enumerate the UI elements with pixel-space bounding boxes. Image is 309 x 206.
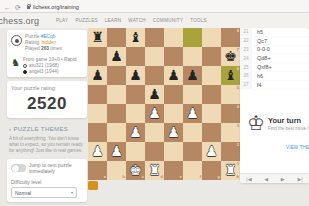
- square-e2[interactable]: [164, 142, 183, 161]
- browser-toolbar: ← ⟳ lichess.org/training: [0, 0, 309, 13]
- square-e5[interactable]: [164, 85, 183, 104]
- square-e1[interactable]: e: [164, 161, 183, 180]
- square-a7[interactable]: [88, 47, 107, 66]
- square-f7[interactable]: [183, 47, 202, 66]
- square-c2[interactable]: [126, 142, 145, 161]
- file-label-g: g: [218, 175, 220, 179]
- last-move-button[interactable]: ▶|: [297, 176, 303, 182]
- square-b6[interactable]: [107, 66, 126, 85]
- file-label-d: d: [161, 175, 163, 179]
- square-g4[interactable]: [202, 104, 221, 123]
- square-h8[interactable]: 8: [221, 28, 240, 47]
- square-c3[interactable]: ♟: [126, 123, 145, 142]
- jump-next-toggle[interactable]: [11, 164, 26, 172]
- square-b3[interactable]: [107, 123, 126, 142]
- square-g2[interactable]: ♟: [202, 142, 221, 161]
- square-h1[interactable]: ♜1h: [221, 161, 240, 180]
- square-d7[interactable]: [145, 47, 164, 66]
- square-e6[interactable]: ♟: [164, 66, 183, 85]
- puzzle-settings-card: Jump to next puzzle immediately Difficul…: [7, 159, 87, 202]
- rank-label-4: 4: [237, 105, 239, 109]
- square-b2[interactable]: ♟: [107, 142, 126, 161]
- move-row[interactable]: 27f4: [240, 81, 309, 90]
- square-f8[interactable]: [183, 28, 202, 47]
- square-g5[interactable]: [202, 85, 221, 104]
- file-label-a: a: [104, 175, 106, 179]
- puzzle-side-panel: 21h522Qc7230-0-024Qd8+25Qxf8+26h627f4 ♔ …: [240, 28, 309, 183]
- puzzle-themes-description: A bit of everything. You don't know what…: [9, 136, 85, 153]
- black-pawn[interactable]: ♟: [88, 66, 107, 85]
- white-pawn[interactable]: ♟: [183, 104, 202, 123]
- chevron-down-icon: ▾: [71, 190, 73, 195]
- rank-label-5: 5: [237, 86, 239, 90]
- file-label-h: h: [237, 175, 239, 179]
- square-f2[interactable]: [183, 142, 202, 161]
- white-pawn[interactable]: ♟: [202, 142, 221, 161]
- square-f1[interactable]: f: [183, 161, 202, 180]
- square-a5[interactable]: [88, 85, 107, 104]
- move-san[interactable]: 0-0-0: [252, 46, 270, 52]
- black-color-icon: [23, 70, 27, 74]
- square-e7[interactable]: [164, 47, 183, 66]
- square-h3[interactable]: 3: [221, 123, 240, 142]
- square-h7[interactable]: ♚7: [221, 47, 240, 66]
- square-b4[interactable]: [107, 104, 126, 123]
- move-number: 23: [240, 46, 252, 54]
- square-f6[interactable]: ♟: [183, 66, 202, 85]
- move-number: 25: [240, 63, 252, 71]
- nav-item-learn[interactable]: LEARN: [105, 18, 122, 23]
- move-controls-bar: |◀◀▶▶|: [240, 173, 309, 183]
- your-turn-subtitle: Find the best move for white!: [268, 126, 309, 131]
- square-c7[interactable]: [126, 47, 145, 66]
- rank-label-1: 1: [237, 162, 239, 166]
- difficulty-select[interactable]: Normal ▾: [11, 187, 77, 198]
- white-pawn[interactable]: ♟: [88, 142, 107, 161]
- move-san[interactable]: Qxf8+: [252, 64, 272, 70]
- black-pawn[interactable]: ♟: [164, 66, 183, 85]
- square-d5[interactable]: ♟: [145, 85, 164, 104]
- file-label-b: b: [123, 175, 125, 179]
- rank-label-8: 8: [237, 29, 239, 33]
- puzzle-id-link[interactable]: #ECqb: [41, 34, 56, 39]
- black-pawn[interactable]: ♟: [107, 47, 126, 66]
- square-d2[interactable]: [145, 142, 164, 161]
- square-d1[interactable]: ♜d: [145, 161, 164, 180]
- white-color-icon: [23, 64, 27, 68]
- black-pawn[interactable]: ♟: [145, 85, 164, 104]
- square-d4[interactable]: ♟: [145, 104, 164, 123]
- black-pawn[interactable]: ♟: [183, 66, 202, 85]
- rank-label-7: 7: [237, 48, 239, 52]
- puzzle-themes-header[interactable]: ‹ PUZZLE THEMES: [9, 126, 85, 132]
- puzzle-info-card: Puzzle #ECqb Rating: hidden Played 263 t…: [7, 30, 87, 77]
- white-pawn[interactable]: ♟: [126, 123, 145, 142]
- move-san[interactable]: h6: [252, 73, 263, 79]
- ssl-lock-icon: [27, 6, 30, 9]
- first-move-button[interactable]: |◀: [246, 176, 252, 182]
- square-a8[interactable]: ♜: [88, 28, 107, 47]
- puzzle-rating-value: 2520: [11, 94, 83, 114]
- address-bar[interactable]: lichess.org/training: [33, 4, 79, 10]
- lichess-logo[interactable]: lichess.org: [0, 16, 39, 26]
- move-row[interactable]: 24Qd8+: [240, 54, 309, 63]
- nav-item-watch[interactable]: WATCH: [128, 18, 146, 23]
- browser-back-button[interactable]: ←: [4, 3, 11, 12]
- white-pawn[interactable]: ♟: [107, 142, 126, 161]
- puzzle-rating-label: Your puzzle rating:: [11, 85, 83, 91]
- square-b7[interactable]: ♟: [107, 47, 126, 66]
- black-pawn[interactable]: ♟: [126, 66, 145, 85]
- square-c5[interactable]: [126, 85, 145, 104]
- move-list: 21h522Qc7230-0-024Qd8+25Qxf8+26h627f4: [240, 28, 309, 90]
- square-b1[interactable]: b: [107, 161, 126, 180]
- white-pawn[interactable]: ♟: [145, 104, 164, 123]
- square-c4[interactable]: [126, 104, 145, 123]
- square-e8[interactable]: [164, 28, 183, 47]
- nav-item-tools[interactable]: TOOLS: [190, 18, 207, 23]
- move-row[interactable]: 22Qc7: [240, 37, 309, 46]
- difficulty-label: Difficulty level: [11, 179, 83, 185]
- puzzle-themes-block: ‹ PUZZLE THEMES A bit of everything. You…: [9, 126, 85, 153]
- move-number: 22: [240, 37, 252, 45]
- black-player-line[interactable]: angel3 (1944): [23, 69, 77, 75]
- square-g6[interactable]: [202, 66, 221, 85]
- move-number: 24: [240, 54, 252, 62]
- move-row[interactable]: 26h6: [240, 72, 309, 81]
- square-c6[interactable]: ♟: [126, 66, 145, 85]
- black-bishop[interactable]: ♝: [126, 28, 145, 47]
- square-e4[interactable]: [164, 104, 183, 123]
- square-e3[interactable]: ♟: [164, 123, 183, 142]
- square-b8[interactable]: [107, 28, 126, 47]
- square-a2[interactable]: ♟: [88, 142, 107, 161]
- square-a4[interactable]: [88, 104, 107, 123]
- jump-next-label: Jump to next puzzle immediately: [29, 163, 83, 175]
- game-knight-icon: ♞: [11, 57, 20, 76]
- puzzle-played-line: Played 263 times: [25, 46, 62, 52]
- black-rook[interactable]: ♜: [88, 28, 107, 47]
- file-label-f: f: [200, 175, 201, 179]
- square-h6[interactable]: ♝6: [221, 66, 240, 85]
- square-a3[interactable]: [88, 123, 107, 142]
- prev-move-button[interactable]: ◀: [264, 176, 268, 182]
- square-c8[interactable]: ♝: [126, 28, 145, 47]
- move-number: 21: [240, 28, 252, 36]
- move-row[interactable]: 21h5: [240, 28, 309, 37]
- square-g7[interactable]: [202, 47, 221, 66]
- move-row[interactable]: 230-0-0: [240, 46, 309, 55]
- square-c1[interactable]: ♚c: [126, 161, 145, 180]
- move-number: 27: [240, 81, 252, 89]
- nav-item-play[interactable]: PLAY: [56, 18, 68, 23]
- file-label-e: e: [180, 175, 182, 179]
- white-king-icon: ♔: [247, 112, 265, 134]
- rank-label-2: 2: [237, 143, 239, 147]
- square-f5[interactable]: [183, 85, 202, 104]
- next-move-button[interactable]: ▶: [281, 176, 285, 182]
- square-h4[interactable]: 4: [221, 104, 240, 123]
- nav-item-puzzles[interactable]: PUZZLES: [75, 18, 97, 23]
- view-solution-link[interactable]: VIEW THE SOLUTION: [286, 145, 309, 150]
- rank-label-6: 6: [237, 67, 239, 71]
- square-d6[interactable]: [145, 66, 164, 85]
- puzzle-target-icon: [11, 35, 22, 46]
- square-g8[interactable]: [202, 28, 221, 47]
- square-h2[interactable]: 2: [221, 142, 240, 161]
- square-d3[interactable]: [145, 123, 164, 142]
- square-d8[interactable]: [145, 28, 164, 47]
- square-b5[interactable]: [107, 85, 126, 104]
- square-h5[interactable]: 5: [221, 85, 240, 104]
- main-nav: PLAYPUZZLESLEARNWATCHCOMMUNITYTOOLS: [56, 13, 207, 28]
- square-f4[interactable]: ♟: [183, 104, 202, 123]
- file-label-c: c: [142, 175, 144, 179]
- puzzle-rating-card: Your puzzle rating: 2520: [7, 81, 87, 118]
- square-g3[interactable]: [202, 123, 221, 142]
- square-a1[interactable]: a: [88, 161, 107, 180]
- chess-board[interactable]: ♜♝8♟♚7♟♟♟♟♝6♟5♟♟4♟♟3♟♟♟2ab♚c♜defg♜1h: [88, 28, 240, 180]
- rank-label-3: 3: [237, 124, 239, 128]
- puzzle-session-current-marker[interactable]: [88, 181, 98, 190]
- white-pawn[interactable]: ♟: [164, 123, 183, 142]
- your-turn-title: Your turn: [268, 116, 309, 125]
- move-san[interactable]: h5: [252, 29, 263, 35]
- nav-item-community[interactable]: COMMUNITY: [153, 18, 183, 23]
- your-turn-block: ♔ Your turn Find the best move for white…: [240, 112, 309, 134]
- move-row[interactable]: 25Qxf8+: [240, 63, 309, 72]
- move-san[interactable]: Qc7: [252, 38, 267, 44]
- square-a6[interactable]: ♟: [88, 66, 107, 85]
- move-san[interactable]: f4: [252, 82, 262, 88]
- square-f3[interactable]: [183, 123, 202, 142]
- square-g1[interactable]: g: [202, 161, 221, 180]
- move-number: 26: [240, 72, 252, 80]
- browser-reload-button[interactable]: ⟳: [15, 3, 21, 12]
- site-header: lichess.org PLAYPUZZLESLEARNWATCHCOMMUNI…: [0, 13, 309, 28]
- move-san[interactable]: Qd8+: [252, 55, 271, 61]
